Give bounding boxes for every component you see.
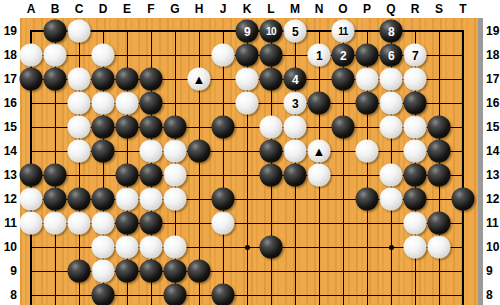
white-stone-E16[interactable] — [116, 92, 139, 115]
white-stone-D10[interactable] — [92, 236, 115, 259]
go-board-diagram: ABCDEFGHJKLMNOPQRST191918181717161615151… — [0, 0, 500, 305]
black-stone-B19[interactable] — [44, 20, 67, 43]
row-label-left-18: 18 — [0, 47, 17, 63]
white-stone-R17[interactable] — [404, 68, 427, 91]
star-point-Q10 — [389, 245, 394, 250]
black-stone-P16[interactable] — [356, 92, 379, 115]
white-stone-P17[interactable] — [356, 68, 379, 91]
black-stone-R13[interactable] — [404, 164, 427, 187]
black-stone-L18[interactable] — [260, 44, 283, 67]
white-stone-M15[interactable] — [284, 116, 307, 139]
black-stone-D8[interactable] — [92, 284, 115, 305]
black-stone-B13[interactable] — [44, 164, 67, 187]
row-label-left-10: 10 — [0, 239, 17, 255]
black-stone-E13[interactable] — [116, 164, 139, 187]
row-label-left-13: 13 — [0, 167, 17, 183]
triangle-mark-H17: ▲ — [193, 72, 206, 85]
row-label-right-18: 18 — [486, 47, 500, 63]
black-stone-J8[interactable] — [212, 284, 235, 305]
black-stone-K18[interactable] — [236, 44, 259, 67]
white-stone-O19[interactable]: 11 — [332, 20, 355, 43]
row-label-left-8: 8 — [0, 287, 17, 303]
white-stone-C15[interactable] — [68, 116, 91, 139]
white-stone-D9[interactable] — [92, 260, 115, 283]
col-label-G: G — [163, 1, 187, 17]
white-stone-Q17[interactable] — [380, 68, 403, 91]
white-stone-G14[interactable] — [164, 140, 187, 163]
row-label-left-15: 15 — [0, 119, 17, 135]
row-label-left-14: 14 — [0, 143, 17, 159]
black-stone-S11[interactable] — [428, 212, 451, 235]
black-stone-L19[interactable]: 10 — [260, 20, 283, 43]
black-stone-H14[interactable] — [188, 140, 211, 163]
black-stone-M13[interactable] — [284, 164, 307, 187]
black-stone-B17[interactable] — [44, 68, 67, 91]
col-label-A: A — [19, 1, 43, 17]
white-stone-K16[interactable] — [236, 92, 259, 115]
black-stone-P18[interactable] — [356, 44, 379, 67]
move-number-3: 3 — [292, 97, 298, 109]
col-label-B: B — [43, 1, 67, 17]
row-label-right-11: 11 — [486, 215, 500, 231]
row-label-right-16: 16 — [486, 95, 500, 111]
white-stone-C16[interactable] — [68, 92, 91, 115]
black-stone-D17[interactable] — [92, 68, 115, 91]
move-number-2: 2 — [340, 49, 346, 61]
row-label-right-15: 15 — [486, 119, 500, 135]
col-label-K: K — [235, 1, 259, 17]
move-number-8: 8 — [388, 25, 394, 37]
black-stone-C9[interactable] — [68, 260, 91, 283]
move-number-10: 10 — [266, 26, 276, 36]
white-stone-C14[interactable] — [68, 140, 91, 163]
col-label-R: R — [403, 1, 427, 17]
black-stone-N16[interactable] — [308, 92, 331, 115]
black-stone-H9[interactable] — [188, 260, 211, 283]
row-label-left-9: 9 — [0, 263, 17, 279]
col-label-N: N — [307, 1, 331, 17]
black-stone-R16[interactable] — [404, 92, 427, 115]
black-stone-C12[interactable] — [68, 188, 91, 211]
black-stone-T12[interactable] — [452, 188, 475, 211]
row-label-right-10: 10 — [486, 239, 500, 255]
move-number-1: 1 — [316, 49, 322, 61]
white-stone-F12[interactable] — [140, 188, 163, 211]
row-label-right-17: 17 — [486, 71, 500, 87]
black-stone-L17[interactable] — [260, 68, 283, 91]
white-stone-R15[interactable] — [404, 116, 427, 139]
col-label-Q: Q — [379, 1, 403, 17]
black-stone-P12[interactable] — [356, 188, 379, 211]
col-label-S: S — [427, 1, 451, 17]
white-stone-K17[interactable] — [236, 68, 259, 91]
white-stone-E10[interactable] — [116, 236, 139, 259]
white-stone-J18[interactable] — [212, 44, 235, 67]
black-stone-F11[interactable] — [140, 212, 163, 235]
white-stone-D16[interactable] — [92, 92, 115, 115]
col-label-L: L — [259, 1, 283, 17]
row-label-right-19: 19 — [486, 23, 500, 39]
board-edge-shadow — [478, 18, 483, 305]
white-stone-N14[interactable]: ▲ — [308, 140, 331, 163]
triangle-mark-N14: ▲ — [313, 144, 326, 157]
white-stone-Q12[interactable] — [380, 188, 403, 211]
white-stone-Q15[interactable] — [380, 116, 403, 139]
black-stone-R12[interactable] — [404, 188, 427, 211]
black-stone-S14[interactable] — [428, 140, 451, 163]
row-label-right-13: 13 — [486, 167, 500, 183]
black-stone-Q19[interactable]: 8 — [380, 20, 403, 43]
black-stone-B12[interactable] — [44, 188, 67, 211]
black-stone-E9[interactable] — [116, 260, 139, 283]
white-stone-A12[interactable] — [20, 188, 43, 211]
white-stone-N13[interactable] — [308, 164, 331, 187]
white-stone-Q13[interactable] — [380, 164, 403, 187]
white-stone-G10[interactable] — [164, 236, 187, 259]
white-stone-A11[interactable] — [20, 212, 43, 235]
black-stone-S15[interactable] — [428, 116, 451, 139]
white-stone-G13[interactable] — [164, 164, 187, 187]
move-number-6: 6 — [388, 49, 394, 61]
black-stone-F9[interactable] — [140, 260, 163, 283]
black-stone-O18[interactable]: 2 — [332, 44, 355, 67]
move-number-4: 4 — [292, 73, 298, 85]
white-stone-P14[interactable] — [356, 140, 379, 163]
row-label-right-14: 14 — [486, 143, 500, 159]
col-label-E: E — [115, 1, 139, 17]
col-label-O: O — [331, 1, 355, 17]
move-number-11: 11 — [338, 26, 348, 36]
white-stone-S10[interactable] — [428, 236, 451, 259]
white-stone-F14[interactable] — [140, 140, 163, 163]
white-stone-N18[interactable]: 1 — [308, 44, 331, 67]
col-label-C: C — [67, 1, 91, 17]
black-stone-F13[interactable] — [140, 164, 163, 187]
star-point-K10 — [245, 245, 250, 250]
black-stone-L14[interactable] — [260, 140, 283, 163]
black-stone-O15[interactable] — [332, 116, 355, 139]
row-label-left-16: 16 — [0, 95, 17, 111]
white-stone-C17[interactable] — [68, 68, 91, 91]
black-stone-O17[interactable] — [332, 68, 355, 91]
white-stone-L15[interactable] — [260, 116, 283, 139]
move-number-7: 7 — [412, 49, 418, 61]
col-label-F: F — [139, 1, 163, 17]
black-stone-F17[interactable] — [140, 68, 163, 91]
row-label-left-11: 11 — [0, 215, 17, 231]
move-number-5: 5 — [292, 25, 298, 37]
row-label-left-12: 12 — [0, 191, 17, 207]
black-stone-J12[interactable] — [212, 188, 235, 211]
col-label-H: H — [187, 1, 211, 17]
row-label-right-9: 9 — [486, 263, 500, 279]
white-stone-M19[interactable]: 5 — [284, 20, 307, 43]
row-label-right-12: 12 — [486, 191, 500, 207]
col-label-D: D — [91, 1, 115, 17]
black-stone-L13[interactable] — [260, 164, 283, 187]
white-stone-R18[interactable]: 7 — [404, 44, 427, 67]
white-stone-G12[interactable] — [164, 188, 187, 211]
black-stone-F15[interactable] — [140, 116, 163, 139]
black-stone-G9[interactable] — [164, 260, 187, 283]
white-stone-M16[interactable]: 3 — [284, 92, 307, 115]
white-stone-D18[interactable] — [92, 44, 115, 67]
black-stone-K19[interactable]: 9 — [236, 20, 259, 43]
white-stone-A18[interactable] — [20, 44, 43, 67]
col-label-T: T — [451, 1, 475, 17]
white-stone-E12[interactable] — [116, 188, 139, 211]
white-stone-R14[interactable] — [404, 140, 427, 163]
black-stone-J15[interactable] — [212, 116, 235, 139]
white-stone-R10[interactable] — [404, 236, 427, 259]
move-number-9: 9 — [244, 25, 250, 37]
black-stone-A17[interactable] — [20, 68, 43, 91]
white-stone-R11[interactable] — [404, 212, 427, 235]
black-stone-S13[interactable] — [428, 164, 451, 187]
white-stone-B18[interactable] — [44, 44, 67, 67]
black-stone-A13[interactable] — [20, 164, 43, 187]
white-stone-D11[interactable] — [92, 212, 115, 235]
col-label-J: J — [211, 1, 235, 17]
row-label-left-19: 19 — [0, 23, 17, 39]
black-stone-Q18[interactable]: 6 — [380, 44, 403, 67]
black-stone-D12[interactable] — [92, 188, 115, 211]
black-stone-G15[interactable] — [164, 116, 187, 139]
row-label-right-8: 8 — [486, 287, 500, 303]
white-stone-Q16[interactable] — [380, 92, 403, 115]
black-stone-L10[interactable] — [260, 236, 283, 259]
white-stone-B11[interactable] — [44, 212, 67, 235]
white-stone-C19[interactable] — [68, 20, 91, 43]
black-stone-M17[interactable]: 4 — [284, 68, 307, 91]
black-stone-F16[interactable] — [140, 92, 163, 115]
black-stone-E15[interactable] — [116, 116, 139, 139]
white-stone-H17[interactable]: ▲ — [188, 68, 211, 91]
white-stone-C11[interactable] — [68, 212, 91, 235]
col-label-M: M — [283, 1, 307, 17]
grid-vline-J — [223, 31, 224, 305]
row-label-left-17: 17 — [0, 71, 17, 87]
black-stone-D15[interactable] — [92, 116, 115, 139]
white-stone-F10[interactable] — [140, 236, 163, 259]
col-label-P: P — [355, 1, 379, 17]
black-stone-G8[interactable] — [164, 284, 187, 305]
black-stone-D14[interactable] — [92, 140, 115, 163]
white-stone-J11[interactable] — [212, 212, 235, 235]
white-stone-M14[interactable] — [284, 140, 307, 163]
black-stone-E11[interactable] — [116, 212, 139, 235]
black-stone-E17[interactable] — [116, 68, 139, 91]
